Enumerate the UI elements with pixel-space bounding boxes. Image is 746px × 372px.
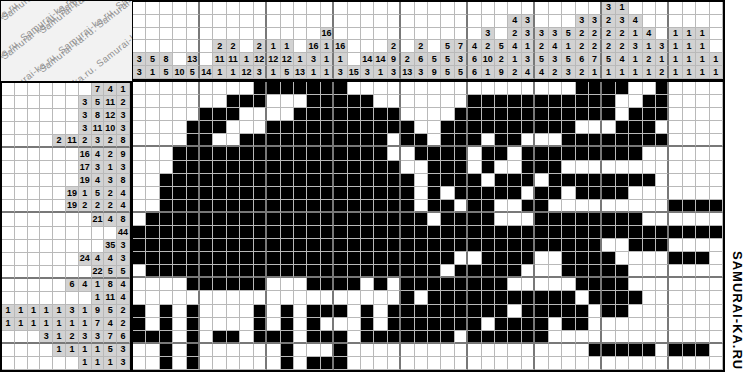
grid-cell[interactable] (589, 291, 602, 304)
grid-cell[interactable] (468, 200, 481, 213)
grid-cell[interactable] (495, 161, 508, 174)
grid-cell[interactable] (133, 134, 146, 147)
grid-cell[interactable] (508, 344, 521, 357)
grid-cell[interactable] (428, 174, 441, 187)
grid-cell[interactable] (616, 252, 629, 265)
grid-cell[interactable] (388, 147, 401, 160)
grid-cell[interactable] (656, 318, 669, 331)
grid-cell[interactable] (468, 305, 481, 318)
grid-cell[interactable] (146, 305, 159, 318)
grid-cell[interactable] (710, 344, 723, 357)
grid-cell[interactable] (508, 213, 521, 226)
grid-cell[interactable] (213, 82, 226, 95)
grid-cell[interactable] (495, 187, 508, 200)
grid-cell[interactable] (348, 82, 361, 95)
grid-cell[interactable] (576, 265, 589, 278)
grid-cell[interactable] (468, 108, 481, 121)
grid-cell[interactable] (415, 134, 428, 147)
grid-cell[interactable] (562, 187, 575, 200)
grid-cell[interactable] (508, 95, 521, 108)
grid-cell[interactable] (535, 108, 548, 121)
grid-cell[interactable] (669, 187, 682, 200)
grid-cell[interactable] (200, 265, 213, 278)
grid-cell[interactable] (455, 239, 468, 252)
grid-cell[interactable] (629, 331, 642, 344)
grid-cell[interactable] (522, 121, 535, 134)
grid-cell[interactable] (455, 344, 468, 357)
grid-cell[interactable] (200, 95, 213, 108)
grid-cell[interactable] (213, 187, 226, 200)
grid-cell[interactable] (683, 187, 696, 200)
grid-cell[interactable] (361, 252, 374, 265)
grid-cell[interactable] (562, 134, 575, 147)
grid-cell[interactable] (669, 147, 682, 160)
grid-cell[interactable] (508, 147, 521, 160)
grid-cell[interactable] (683, 200, 696, 213)
grid-cell[interactable] (227, 108, 240, 121)
grid-cell[interactable] (348, 278, 361, 291)
grid-cell[interactable] (643, 291, 656, 304)
grid-cell[interactable] (441, 226, 454, 239)
grid-cell[interactable] (482, 108, 495, 121)
grid-cell[interactable] (683, 305, 696, 318)
grid-cell[interactable] (146, 147, 159, 160)
grid-cell[interactable] (468, 187, 481, 200)
grid-cell[interactable] (213, 108, 226, 121)
grid-cell[interactable] (669, 82, 682, 95)
grid-cell[interactable] (213, 318, 226, 331)
grid-cell[interactable] (576, 239, 589, 252)
grid-cell[interactable] (401, 147, 414, 160)
grid-cell[interactable] (227, 291, 240, 304)
grid-cell[interactable] (401, 226, 414, 239)
grid-cell[interactable] (321, 291, 334, 304)
grid-cell[interactable] (616, 108, 629, 121)
grid-cell[interactable] (549, 357, 562, 370)
grid-cell[interactable] (589, 147, 602, 160)
grid-cell[interactable] (549, 174, 562, 187)
grid-cell[interactable] (549, 187, 562, 200)
grid-cell[interactable] (374, 174, 387, 187)
grid-cell[interactable] (187, 147, 200, 160)
grid-cell[interactable] (361, 265, 374, 278)
grid-cell[interactable] (562, 82, 575, 95)
grid-cell[interactable] (508, 305, 521, 318)
grid-cell[interactable] (401, 265, 414, 278)
grid-cell[interactable] (133, 278, 146, 291)
grid-cell[interactable] (683, 331, 696, 344)
grid-cell[interactable] (428, 252, 441, 265)
grid-cell[interactable] (307, 226, 320, 239)
grid-cell[interactable] (616, 213, 629, 226)
grid-cell[interactable] (629, 174, 642, 187)
grid-cell[interactable] (589, 200, 602, 213)
grid-cell[interactable] (616, 226, 629, 239)
grid-cell[interactable] (401, 239, 414, 252)
grid-cell[interactable] (227, 147, 240, 160)
grid-cell[interactable] (227, 265, 240, 278)
grid-cell[interactable] (254, 134, 267, 147)
grid-cell[interactable] (495, 95, 508, 108)
grid-cell[interactable] (388, 278, 401, 291)
grid-cell[interactable] (522, 357, 535, 370)
grid-cell[interactable] (643, 226, 656, 239)
grid-cell[interactable] (549, 121, 562, 134)
grid-cell[interactable] (482, 291, 495, 304)
grid-cell[interactable] (669, 344, 682, 357)
grid-cell[interactable] (535, 174, 548, 187)
grid-cell[interactable] (294, 252, 307, 265)
grid-cell[interactable] (267, 344, 280, 357)
grid-cell[interactable] (482, 82, 495, 95)
grid-cell[interactable] (656, 239, 669, 252)
grid-cell[interactable] (441, 291, 454, 304)
grid-cell[interactable] (321, 344, 334, 357)
grid-cell[interactable] (267, 278, 280, 291)
grid-cell[interactable] (321, 213, 334, 226)
grid-cell[interactable] (321, 305, 334, 318)
grid-cell[interactable] (334, 278, 347, 291)
grid-cell[interactable] (656, 278, 669, 291)
grid-cell[interactable] (200, 226, 213, 239)
grid-cell[interactable] (696, 305, 709, 318)
grid-cell[interactable] (254, 344, 267, 357)
grid-cell[interactable] (187, 265, 200, 278)
grid-cell[interactable] (482, 187, 495, 200)
grid-cell[interactable] (200, 331, 213, 344)
grid-cell[interactable] (361, 161, 374, 174)
grid-cell[interactable] (629, 82, 642, 95)
grid-cell[interactable] (173, 239, 186, 252)
grid-cell[interactable] (240, 291, 253, 304)
grid-cell[interactable] (602, 291, 615, 304)
grid-cell[interactable] (348, 147, 361, 160)
grid-cell[interactable] (160, 161, 173, 174)
grid-cell[interactable] (401, 121, 414, 134)
grid-cell[interactable] (321, 95, 334, 108)
grid-cell[interactable] (455, 161, 468, 174)
grid-cell[interactable] (294, 291, 307, 304)
grid-cell[interactable] (173, 252, 186, 265)
grid-cell[interactable] (455, 252, 468, 265)
grid-cell[interactable] (629, 121, 642, 134)
grid-cell[interactable] (173, 291, 186, 304)
grid-cell[interactable] (254, 265, 267, 278)
grid-cell[interactable] (508, 161, 521, 174)
grid-cell[interactable] (549, 213, 562, 226)
grid-cell[interactable] (710, 226, 723, 239)
grid-cell[interactable] (602, 174, 615, 187)
grid-cell[interactable] (415, 344, 428, 357)
grid-cell[interactable] (455, 187, 468, 200)
grid-cell[interactable] (348, 108, 361, 121)
grid-cell[interactable] (321, 147, 334, 160)
grid-cell[interactable] (468, 278, 481, 291)
grid-cell[interactable] (696, 331, 709, 344)
grid-cell[interactable] (669, 318, 682, 331)
grid-cell[interactable] (656, 226, 669, 239)
grid-cell[interactable] (213, 174, 226, 187)
grid-cell[interactable] (146, 174, 159, 187)
grid-cell[interactable] (415, 252, 428, 265)
grid-cell[interactable] (549, 108, 562, 121)
grid-cell[interactable] (254, 252, 267, 265)
grid-cell[interactable] (696, 252, 709, 265)
grid-cell[interactable] (294, 147, 307, 160)
grid-cell[interactable] (428, 278, 441, 291)
grid-cell[interactable] (173, 121, 186, 134)
grid-cell[interactable] (334, 331, 347, 344)
grid-cell[interactable] (388, 95, 401, 108)
grid-cell[interactable] (240, 305, 253, 318)
grid-cell[interactable] (468, 252, 481, 265)
grid-cell[interactable] (428, 213, 441, 226)
grid-cell[interactable] (388, 121, 401, 134)
grid-cell[interactable] (549, 291, 562, 304)
grid-cell[interactable] (576, 357, 589, 370)
grid-cell[interactable] (643, 161, 656, 174)
grid-cell[interactable] (589, 187, 602, 200)
grid-cell[interactable] (146, 278, 159, 291)
grid-cell[interactable] (643, 134, 656, 147)
grid-cell[interactable] (146, 187, 159, 200)
grid-cell[interactable] (468, 291, 481, 304)
grid-cell[interactable] (602, 331, 615, 344)
grid-cell[interactable] (710, 357, 723, 370)
grid-cell[interactable] (508, 252, 521, 265)
grid-cell[interactable] (374, 82, 387, 95)
grid-cell[interactable] (133, 344, 146, 357)
grid-cell[interactable] (200, 318, 213, 331)
grid-cell[interactable] (468, 161, 481, 174)
grid-cell[interactable] (683, 147, 696, 160)
grid-cell[interactable] (254, 82, 267, 95)
grid-cell[interactable] (240, 357, 253, 370)
grid-cell[interactable] (522, 174, 535, 187)
grid-cell[interactable] (616, 239, 629, 252)
grid-cell[interactable] (160, 357, 173, 370)
grid-cell[interactable] (173, 357, 186, 370)
grid-cell[interactable] (254, 187, 267, 200)
grid-cell[interactable] (683, 278, 696, 291)
grid-cell[interactable] (696, 278, 709, 291)
grid-cell[interactable] (616, 147, 629, 160)
grid-cell[interactable] (240, 161, 253, 174)
grid-cell[interactable] (213, 252, 226, 265)
grid-cell[interactable] (616, 291, 629, 304)
grid-cell[interactable] (146, 291, 159, 304)
grid-cell[interactable] (200, 134, 213, 147)
grid-cell[interactable] (334, 121, 347, 134)
grid-cell[interactable] (160, 318, 173, 331)
grid-cell[interactable] (133, 331, 146, 344)
grid-cell[interactable] (522, 305, 535, 318)
grid-cell[interactable] (361, 187, 374, 200)
grid-cell[interactable] (710, 252, 723, 265)
grid-cell[interactable] (428, 134, 441, 147)
grid-cell[interactable] (213, 265, 226, 278)
grid-cell[interactable] (482, 226, 495, 239)
grid-cell[interactable] (656, 357, 669, 370)
grid-cell[interactable] (629, 357, 642, 370)
grid-cell[interactable] (482, 331, 495, 344)
grid-cell[interactable] (281, 147, 294, 160)
grid-cell[interactable] (616, 174, 629, 187)
grid-cell[interactable] (307, 318, 320, 331)
grid-cell[interactable] (374, 305, 387, 318)
grid-cell[interactable] (361, 344, 374, 357)
grid-cell[interactable] (602, 305, 615, 318)
grid-cell[interactable] (482, 252, 495, 265)
grid-cell[interactable] (240, 108, 253, 121)
grid-cell[interactable] (294, 121, 307, 134)
grid-cell[interactable] (428, 147, 441, 160)
grid-cell[interactable] (133, 121, 146, 134)
grid-cell[interactable] (415, 291, 428, 304)
grid-cell[interactable] (589, 174, 602, 187)
grid-cell[interactable] (656, 134, 669, 147)
grid-cell[interactable] (482, 174, 495, 187)
grid-cell[interactable] (187, 226, 200, 239)
grid-cell[interactable] (576, 121, 589, 134)
grid-cell[interactable] (160, 344, 173, 357)
grid-cell[interactable] (535, 331, 548, 344)
grid-cell[interactable] (535, 318, 548, 331)
grid-cell[interactable] (307, 252, 320, 265)
grid-cell[interactable] (133, 239, 146, 252)
grid-cell[interactable] (562, 344, 575, 357)
grid-cell[interactable] (710, 239, 723, 252)
grid-cell[interactable] (240, 187, 253, 200)
grid-cell[interactable] (294, 331, 307, 344)
grid-cell[interactable] (187, 252, 200, 265)
grid-cell[interactable] (549, 200, 562, 213)
grid-cell[interactable] (160, 331, 173, 344)
grid-cell[interactable] (602, 121, 615, 134)
grid-cell[interactable] (415, 278, 428, 291)
grid-cell[interactable] (173, 318, 186, 331)
grid-cell[interactable] (374, 147, 387, 160)
grid-cell[interactable] (267, 291, 280, 304)
grid-cell[interactable] (267, 161, 280, 174)
grid-cell[interactable] (160, 134, 173, 147)
grid-cell[interactable] (321, 108, 334, 121)
grid-cell[interactable] (535, 226, 548, 239)
grid-cell[interactable] (133, 357, 146, 370)
grid-cell[interactable] (160, 226, 173, 239)
grid-cell[interactable] (348, 213, 361, 226)
grid-cell[interactable] (348, 174, 361, 187)
grid-cell[interactable] (441, 82, 454, 95)
grid-cell[interactable] (428, 239, 441, 252)
grid-cell[interactable] (146, 318, 159, 331)
grid-cell[interactable] (629, 108, 642, 121)
grid-cell[interactable] (401, 95, 414, 108)
grid-cell[interactable] (589, 239, 602, 252)
grid-cell[interactable] (401, 331, 414, 344)
grid-cell[interactable] (549, 278, 562, 291)
grid-cell[interactable] (415, 213, 428, 226)
grid-cell[interactable] (146, 226, 159, 239)
grid-cell[interactable] (522, 291, 535, 304)
grid-cell[interactable] (629, 252, 642, 265)
grid-cell[interactable] (361, 174, 374, 187)
grid-cell[interactable] (146, 252, 159, 265)
grid-cell[interactable] (441, 174, 454, 187)
grid-cell[interactable] (254, 291, 267, 304)
grid-cell[interactable] (401, 213, 414, 226)
grid-cell[interactable] (133, 108, 146, 121)
grid-cell[interactable] (643, 82, 656, 95)
grid-cell[interactable] (602, 239, 615, 252)
grid-cell[interactable] (629, 305, 642, 318)
grid-cell[interactable] (187, 187, 200, 200)
grid-cell[interactable] (576, 278, 589, 291)
grid-cell[interactable] (508, 134, 521, 147)
grid-cell[interactable] (495, 108, 508, 121)
grid-cell[interactable] (374, 226, 387, 239)
grid-cell[interactable] (415, 357, 428, 370)
grid-cell[interactable] (133, 291, 146, 304)
grid-cell[interactable] (348, 134, 361, 147)
grid-cell[interactable] (535, 278, 548, 291)
grid-cell[interactable] (482, 213, 495, 226)
grid-cell[interactable] (455, 213, 468, 226)
grid-cell[interactable] (267, 265, 280, 278)
grid-cell[interactable] (629, 213, 642, 226)
grid-cell[interactable] (522, 318, 535, 331)
grid-cell[interactable] (388, 226, 401, 239)
grid-cell[interactable] (616, 318, 629, 331)
grid-cell[interactable] (133, 161, 146, 174)
grid-cell[interactable] (549, 239, 562, 252)
grid-cell[interactable] (495, 239, 508, 252)
grid-cell[interactable] (441, 344, 454, 357)
grid-cell[interactable] (361, 108, 374, 121)
grid-cell[interactable] (213, 226, 226, 239)
grid-cell[interactable] (187, 95, 200, 108)
grid-cell[interactable] (294, 344, 307, 357)
grid-cell[interactable] (535, 200, 548, 213)
grid-cell[interactable] (669, 95, 682, 108)
grid-cell[interactable] (321, 357, 334, 370)
grid-cell[interactable] (495, 82, 508, 95)
grid-cell[interactable] (227, 82, 240, 95)
grid-cell[interactable] (200, 357, 213, 370)
grid-cell[interactable] (669, 213, 682, 226)
grid-cell[interactable] (562, 239, 575, 252)
grid-cell[interactable] (455, 174, 468, 187)
grid-cell[interactable] (361, 226, 374, 239)
grid-cell[interactable] (307, 82, 320, 95)
grid-cell[interactable] (307, 344, 320, 357)
grid-cell[interactable] (240, 213, 253, 226)
grid-cell[interactable] (522, 108, 535, 121)
grid-cell[interactable] (160, 95, 173, 108)
grid-cell[interactable] (227, 161, 240, 174)
grid-cell[interactable] (643, 318, 656, 331)
grid-cell[interactable] (334, 213, 347, 226)
grid-cell[interactable] (374, 278, 387, 291)
grid-cell[interactable] (361, 318, 374, 331)
grid-cell[interactable] (669, 239, 682, 252)
grid-cell[interactable] (187, 291, 200, 304)
grid-cell[interactable] (227, 252, 240, 265)
grid-cell[interactable] (428, 187, 441, 200)
grid-cell[interactable] (348, 357, 361, 370)
grid-cell[interactable] (549, 82, 562, 95)
grid-cell[interactable] (602, 200, 615, 213)
